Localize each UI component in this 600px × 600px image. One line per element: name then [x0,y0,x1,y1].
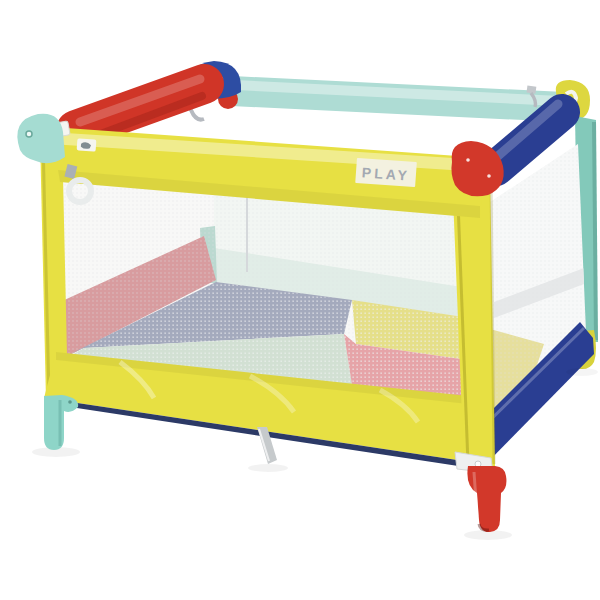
corner-rivet [487,174,491,178]
play-label: PLAY [355,158,417,187]
playpen-scene: PLAY [0,0,600,600]
foot-shadow [566,368,598,376]
play-label-text: PLAY [361,164,410,183]
playpen-product-photo: PLAY [0,0,600,600]
clip-body [526,85,536,93]
corner-eyelet [26,131,32,137]
foot-shadow [248,464,288,472]
brand-tag [77,138,97,151]
post-edge-shade [594,122,596,340]
corner-rivet [466,158,470,162]
foot-rivet [68,400,72,404]
